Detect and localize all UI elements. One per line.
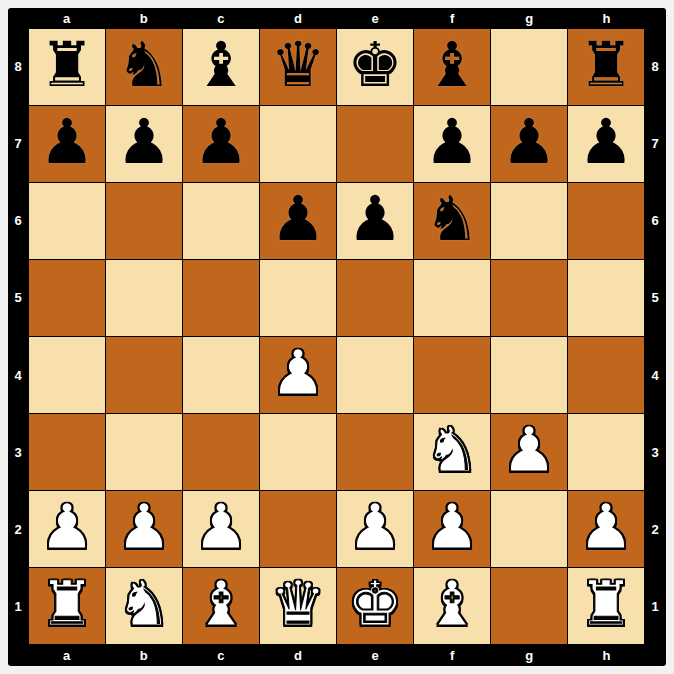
black-knight-icon[interactable]: ♞: [424, 188, 480, 250]
frame-corner: [8, 645, 28, 665]
white-bishop-icon[interactable]: ♝: [193, 573, 249, 635]
black-pawn-icon[interactable]: ♟: [347, 188, 403, 250]
file-label-g: g: [491, 8, 568, 28]
black-bishop-icon[interactable]: ♝: [193, 34, 249, 96]
rank-label-1: 1: [645, 568, 665, 645]
square-b2[interactable]: ♟: [106, 491, 182, 567]
file-label-d: d: [259, 645, 336, 665]
square-d2[interactable]: [260, 491, 336, 567]
square-f4[interactable]: [414, 337, 490, 413]
black-pawn-icon[interactable]: ♟: [501, 111, 557, 173]
square-b8[interactable]: ♞: [106, 29, 182, 105]
file-label-b: b: [105, 645, 182, 665]
rank-label-2: 2: [8, 491, 28, 568]
square-e1[interactable]: ♚: [337, 568, 413, 644]
square-g6[interactable]: [491, 183, 567, 259]
square-d8[interactable]: ♛: [260, 29, 336, 105]
square-a5[interactable]: [29, 260, 105, 336]
square-c8[interactable]: ♝: [183, 29, 259, 105]
file-label-g: g: [491, 645, 568, 665]
page-background: abcdefgh 87654321 ♜♞♝♛♚♝♜♟♟♟♟♟♟♟♟♞♟♞♟♟♟♟…: [0, 0, 674, 674]
square-e2[interactable]: ♟: [337, 491, 413, 567]
square-c5[interactable]: [183, 260, 259, 336]
square-c6[interactable]: [183, 183, 259, 259]
file-label-a: a: [28, 645, 105, 665]
square-c7[interactable]: ♟: [183, 106, 259, 182]
square-c4[interactable]: [183, 337, 259, 413]
square-h4[interactable]: [568, 337, 644, 413]
square-b3[interactable]: [106, 414, 182, 490]
square-e6[interactable]: ♟: [337, 183, 413, 259]
square-f8[interactable]: ♝: [414, 29, 490, 105]
file-label-e: e: [337, 645, 414, 665]
square-b7[interactable]: ♟: [106, 106, 182, 182]
white-pawn-icon[interactable]: ♟: [347, 496, 403, 558]
white-pawn-icon[interactable]: ♟: [270, 342, 326, 404]
square-h7[interactable]: ♟: [568, 106, 644, 182]
square-f7[interactable]: ♟: [414, 106, 490, 182]
square-d3[interactable]: [260, 414, 336, 490]
white-rook-icon[interactable]: ♜: [39, 573, 95, 635]
square-a1[interactable]: ♜: [29, 568, 105, 644]
frame-corner: [8, 8, 28, 28]
file-label-h: h: [568, 645, 645, 665]
white-pawn-icon[interactable]: ♟: [193, 496, 249, 558]
square-f3[interactable]: ♞: [414, 414, 490, 490]
square-g5[interactable]: [491, 260, 567, 336]
rank-label-7: 7: [645, 105, 665, 182]
board-frame: abcdefgh 87654321 ♜♞♝♛♚♝♜♟♟♟♟♟♟♟♟♞♟♞♟♟♟♟…: [8, 8, 666, 666]
black-pawn-icon[interactable]: ♟: [578, 111, 634, 173]
rank-label-8: 8: [645, 28, 665, 105]
rank-label-4: 4: [645, 337, 665, 414]
square-g4[interactable]: [491, 337, 567, 413]
square-a3[interactable]: [29, 414, 105, 490]
file-label-f: f: [414, 8, 491, 28]
file-label-c: c: [182, 8, 259, 28]
white-knight-icon[interactable]: ♞: [116, 573, 172, 635]
white-pawn-icon[interactable]: ♟: [578, 496, 634, 558]
frame-corner: [645, 645, 665, 665]
rank-label-3: 3: [8, 414, 28, 491]
square-b6[interactable]: [106, 183, 182, 259]
white-bishop-icon[interactable]: ♝: [424, 573, 480, 635]
black-pawn-icon[interactable]: ♟: [193, 111, 249, 173]
square-e3[interactable]: [337, 414, 413, 490]
square-d7[interactable]: [260, 106, 336, 182]
square-h1[interactable]: ♜: [568, 568, 644, 644]
square-c2[interactable]: ♟: [183, 491, 259, 567]
black-rook-icon[interactable]: ♜: [39, 34, 95, 96]
black-rook-icon[interactable]: ♜: [578, 34, 634, 96]
file-label-h: h: [568, 8, 645, 28]
rank-label-6: 6: [8, 182, 28, 259]
square-d1[interactable]: ♛: [260, 568, 336, 644]
square-h5[interactable]: [568, 260, 644, 336]
rank-label-5: 5: [8, 259, 28, 336]
rank-label-7: 7: [8, 105, 28, 182]
black-pawn-icon[interactable]: ♟: [270, 188, 326, 250]
white-knight-icon[interactable]: ♞: [424, 419, 480, 481]
rank-label-6: 6: [645, 182, 665, 259]
rank-label-8: 8: [8, 28, 28, 105]
white-pawn-icon[interactable]: ♟: [424, 496, 480, 558]
square-e7[interactable]: [337, 106, 413, 182]
white-queen-icon[interactable]: ♛: [270, 573, 326, 635]
square-a7[interactable]: ♟: [29, 106, 105, 182]
square-d4[interactable]: ♟: [260, 337, 336, 413]
rank-label-5: 5: [645, 259, 665, 336]
square-f2[interactable]: ♟: [414, 491, 490, 567]
black-pawn-icon[interactable]: ♟: [116, 111, 172, 173]
black-king-icon[interactable]: ♚: [347, 34, 403, 96]
square-e4[interactable]: [337, 337, 413, 413]
square-b4[interactable]: [106, 337, 182, 413]
file-label-e: e: [337, 8, 414, 28]
file-label-f: f: [414, 645, 491, 665]
black-queen-icon[interactable]: ♛: [270, 34, 326, 96]
square-c3[interactable]: [183, 414, 259, 490]
square-b1[interactable]: ♞: [106, 568, 182, 644]
file-label-b: b: [105, 8, 182, 28]
square-d5[interactable]: [260, 260, 336, 336]
white-pawn-icon[interactable]: ♟: [116, 496, 172, 558]
file-label-c: c: [182, 645, 259, 665]
file-labels-top: abcdefgh: [28, 8, 645, 28]
rank-label-3: 3: [645, 414, 665, 491]
black-pawn-icon[interactable]: ♟: [424, 111, 480, 173]
square-h6[interactable]: [568, 183, 644, 259]
white-pawn-icon[interactable]: ♟: [39, 496, 95, 558]
chess-board: ♜♞♝♛♚♝♜♟♟♟♟♟♟♟♟♞♟♞♟♟♟♟♟♟♟♜♞♝♛♚♝♜: [28, 28, 645, 645]
square-d6[interactable]: ♟: [260, 183, 336, 259]
square-a4[interactable]: [29, 337, 105, 413]
rank-labels-right: 87654321: [645, 28, 665, 645]
file-labels-bottom: abcdefgh: [28, 645, 645, 665]
square-g8[interactable]: [491, 29, 567, 105]
frame-corner: [645, 8, 665, 28]
square-g2[interactable]: [491, 491, 567, 567]
file-label-d: d: [259, 8, 336, 28]
square-h3[interactable]: [568, 414, 644, 490]
square-f5[interactable]: [414, 260, 490, 336]
square-h2[interactable]: ♟: [568, 491, 644, 567]
white-rook-icon[interactable]: ♜: [578, 573, 634, 635]
square-e5[interactable]: [337, 260, 413, 336]
square-b5[interactable]: [106, 260, 182, 336]
square-h8[interactable]: ♜: [568, 29, 644, 105]
black-knight-icon[interactable]: ♞: [116, 34, 172, 96]
black-pawn-icon[interactable]: ♟: [39, 111, 95, 173]
square-a2[interactable]: ♟: [29, 491, 105, 567]
square-c1[interactable]: ♝: [183, 568, 259, 644]
square-g1[interactable]: [491, 568, 567, 644]
white-king-icon[interactable]: ♚: [347, 573, 403, 635]
square-f6[interactable]: ♞: [414, 183, 490, 259]
rank-label-2: 2: [645, 491, 665, 568]
square-a6[interactable]: [29, 183, 105, 259]
rank-labels-left: 87654321: [8, 28, 28, 645]
rank-label-4: 4: [8, 337, 28, 414]
rank-label-1: 1: [8, 568, 28, 645]
white-pawn-icon[interactable]: ♟: [501, 419, 557, 481]
black-bishop-icon[interactable]: ♝: [424, 34, 480, 96]
square-e8[interactable]: ♚: [337, 29, 413, 105]
square-a8[interactable]: ♜: [29, 29, 105, 105]
square-g3[interactable]: ♟: [491, 414, 567, 490]
square-g7[interactable]: ♟: [491, 106, 567, 182]
file-label-a: a: [28, 8, 105, 28]
square-f1[interactable]: ♝: [414, 568, 490, 644]
